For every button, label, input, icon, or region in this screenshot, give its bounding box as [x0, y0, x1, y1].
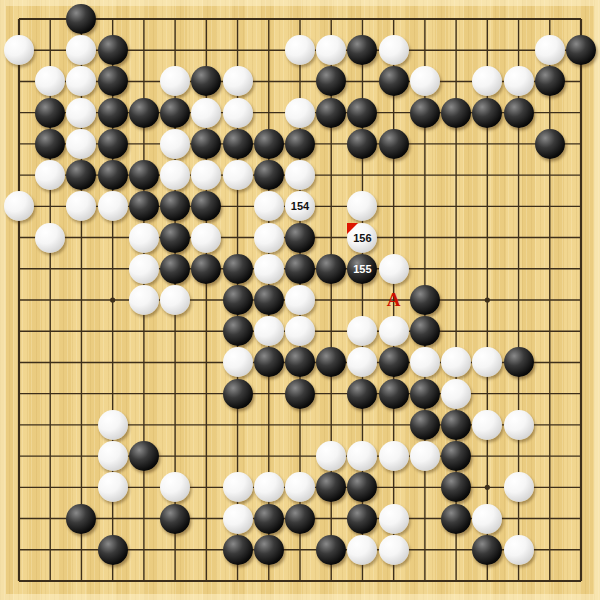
white-stone: [223, 347, 253, 377]
red-triangle-marker-icon: [347, 223, 358, 234]
black-stone: [254, 285, 284, 315]
black-stone: [191, 129, 221, 159]
white-stone: [129, 223, 159, 253]
black-stone: [160, 254, 190, 284]
black-stone: [254, 129, 284, 159]
white-stone: [379, 254, 409, 284]
black-stone: [129, 441, 159, 471]
stone-move-156: 156: [347, 223, 377, 253]
white-stone: [223, 504, 253, 534]
white-stone: [223, 472, 253, 502]
black-stone: [410, 285, 440, 315]
white-stone: [379, 441, 409, 471]
black-stone: [410, 316, 440, 346]
white-stone: [535, 35, 565, 65]
white-stone: [254, 316, 284, 346]
white-stone: [379, 316, 409, 346]
white-stone: [98, 472, 128, 502]
black-stone: [223, 254, 253, 284]
black-stone: [316, 254, 346, 284]
black-stone: [441, 504, 471, 534]
black-stone: [285, 504, 315, 534]
white-stone: [191, 98, 221, 128]
white-stone: [223, 66, 253, 96]
black-stone: [35, 98, 65, 128]
black-stone: [441, 98, 471, 128]
go-board[interactable]: 154156155A: [0, 0, 600, 600]
black-stone: [160, 98, 190, 128]
white-stone: [504, 472, 534, 502]
white-stone: [66, 98, 96, 128]
black-stone: [347, 98, 377, 128]
black-stone: [379, 379, 409, 409]
white-stone: [379, 535, 409, 565]
white-stone: [129, 285, 159, 315]
white-stone: [441, 379, 471, 409]
black-stone: [223, 316, 253, 346]
black-stone: [129, 98, 159, 128]
white-stone: [254, 191, 284, 221]
black-stone: [98, 98, 128, 128]
black-stone: [316, 98, 346, 128]
black-stone: [504, 347, 534, 377]
black-stone: [254, 535, 284, 565]
white-stone: [35, 223, 65, 253]
black-stone: [98, 35, 128, 65]
white-stone: [254, 254, 284, 284]
white-stone: [504, 66, 534, 96]
black-stone: [98, 160, 128, 190]
black-stone: [254, 160, 284, 190]
black-stone: [410, 410, 440, 440]
stone-move-154: 154: [285, 191, 315, 221]
white-stone: [98, 410, 128, 440]
black-stone: [535, 129, 565, 159]
black-stone: [66, 504, 96, 534]
white-stone: [285, 98, 315, 128]
white-stone: [254, 223, 284, 253]
black-stone: [379, 66, 409, 96]
white-stone: [285, 160, 315, 190]
white-stone: [472, 410, 502, 440]
black-stone: [285, 223, 315, 253]
white-stone: [504, 535, 534, 565]
star-point: [485, 485, 490, 490]
white-stone: [223, 98, 253, 128]
black-stone: [191, 254, 221, 284]
black-stone: [98, 535, 128, 565]
black-stone: [379, 347, 409, 377]
black-stone: [316, 535, 346, 565]
white-stone: [410, 441, 440, 471]
black-stone: [223, 535, 253, 565]
black-stone: [441, 410, 471, 440]
black-stone: [160, 504, 190, 534]
black-stone: [223, 129, 253, 159]
white-stone: [98, 441, 128, 471]
black-stone: [347, 504, 377, 534]
black-stone: [472, 98, 502, 128]
star-point: [485, 297, 490, 302]
black-stone: [160, 223, 190, 253]
move-number-label: 155: [347, 254, 377, 284]
white-stone: [379, 35, 409, 65]
white-stone: [160, 129, 190, 159]
move-number-label: 154: [285, 191, 315, 221]
black-stone: [504, 98, 534, 128]
black-stone: [129, 191, 159, 221]
stone-move-155: 155: [347, 254, 377, 284]
star-point: [110, 297, 115, 302]
white-stone: [98, 191, 128, 221]
black-stone: [285, 129, 315, 159]
black-stone: [223, 285, 253, 315]
white-stone: [504, 410, 534, 440]
white-stone: [379, 504, 409, 534]
black-stone: [410, 379, 440, 409]
black-stone: [347, 379, 377, 409]
annotation-letter-a[interactable]: A: [379, 285, 409, 315]
white-stone: [191, 223, 221, 253]
black-stone: [254, 504, 284, 534]
black-stone: [98, 66, 128, 96]
black-stone: [223, 379, 253, 409]
black-stone: [410, 98, 440, 128]
white-stone: [254, 472, 284, 502]
black-stone: [379, 129, 409, 159]
black-stone: [98, 129, 128, 159]
black-stone: [285, 379, 315, 409]
black-stone: [35, 129, 65, 159]
go-app: 154156155A: [0, 0, 600, 600]
white-stone: [223, 160, 253, 190]
white-stone: [129, 254, 159, 284]
black-stone: [285, 254, 315, 284]
white-stone: [160, 285, 190, 315]
white-stone: [285, 285, 315, 315]
white-stone: [472, 504, 502, 534]
black-stone: [472, 535, 502, 565]
black-stone: [129, 160, 159, 190]
